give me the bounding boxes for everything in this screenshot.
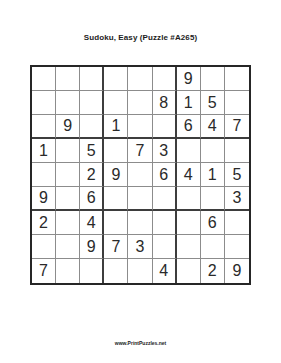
sudoku-cell-r1c6[interactable] [153, 67, 177, 91]
sudoku-cell-r4c9[interactable] [225, 139, 249, 163]
sudoku-cell-r2c6: 8 [153, 91, 177, 115]
sudoku-cell-r1c3[interactable] [80, 67, 104, 91]
sudoku-cell-r9c7[interactable] [177, 259, 201, 283]
sudoku-cell-r3c8: 4 [201, 115, 225, 139]
sudoku-cell-r2c8: 5 [201, 91, 225, 115]
sudoku-cell-r7c2[interactable] [56, 211, 80, 235]
sudoku-cell-r5c2[interactable] [56, 163, 80, 187]
sudoku-cell-r9c3[interactable] [80, 259, 104, 283]
sudoku-cell-r4c3: 5 [80, 139, 104, 163]
sudoku-cell-r5c4: 9 [104, 163, 128, 187]
sudoku-cell-r2c3[interactable] [80, 91, 104, 115]
sudoku-cell-r6c2[interactable] [56, 187, 80, 211]
sudoku-cell-r3c2: 9 [56, 115, 80, 139]
sudoku-cell-r3c9: 7 [225, 115, 249, 139]
sudoku-cell-r4c7[interactable] [177, 139, 201, 163]
sudoku-cell-r7c5[interactable] [128, 211, 152, 235]
sudoku-cell-r1c2[interactable] [56, 67, 80, 91]
sudoku-cell-r5c8: 1 [201, 163, 225, 187]
sudoku-cell-r6c7[interactable] [177, 187, 201, 211]
sudoku-cell-r1c1[interactable] [32, 67, 56, 91]
sudoku-cell-r3c4: 1 [104, 115, 128, 139]
sudoku-cell-r6c3: 6 [80, 187, 104, 211]
sudoku-cell-r2c1[interactable] [32, 91, 56, 115]
sudoku-cell-r8c8[interactable] [201, 235, 225, 259]
sudoku-cell-r5c3: 2 [80, 163, 104, 187]
footer-url: www.PrintPuzzles.net [0, 340, 281, 346]
sudoku-cell-r9c2[interactable] [56, 259, 80, 283]
sudoku-cell-r8c4: 7 [104, 235, 128, 259]
sudoku-cell-r3c5[interactable] [128, 115, 152, 139]
sudoku-cell-r9c4[interactable] [104, 259, 128, 283]
sudoku-cell-r5c7: 4 [177, 163, 201, 187]
sudoku-cell-r8c9[interactable] [225, 235, 249, 259]
sudoku-cell-r4c2[interactable] [56, 139, 80, 163]
sudoku-cell-r1c8[interactable] [201, 67, 225, 91]
sudoku-cell-r6c5[interactable] [128, 187, 152, 211]
sudoku-cell-r2c4[interactable] [104, 91, 128, 115]
sudoku-cell-r7c8: 6 [201, 211, 225, 235]
sudoku-cell-r1c4[interactable] [104, 67, 128, 91]
sudoku-cell-r7c9[interactable] [225, 211, 249, 235]
sudoku-cell-r4c4[interactable] [104, 139, 128, 163]
sudoku-cell-r6c9: 3 [225, 187, 249, 211]
sudoku-cell-r4c5: 7 [128, 139, 152, 163]
sudoku-cell-r5c6: 6 [153, 163, 177, 187]
sudoku-cell-r7c1: 2 [32, 211, 56, 235]
sudoku-cell-r6c4[interactable] [104, 187, 128, 211]
sudoku-cell-r4c1: 1 [32, 139, 56, 163]
sudoku-cell-r2c9[interactable] [225, 91, 249, 115]
sudoku-cell-r8c7[interactable] [177, 235, 201, 259]
sudoku-cell-r7c3: 4 [80, 211, 104, 235]
sudoku-cell-r5c5[interactable] [128, 163, 152, 187]
sudoku-cell-r5c1[interactable] [32, 163, 56, 187]
sudoku-cell-r3c6[interactable] [153, 115, 177, 139]
sudoku-cell-r6c8[interactable] [201, 187, 225, 211]
sudoku-cell-r8c1[interactable] [32, 235, 56, 259]
sudoku-cell-r9c9: 9 [225, 259, 249, 283]
sudoku-cell-r9c6: 4 [153, 259, 177, 283]
sudoku-cell-r3c7: 6 [177, 115, 201, 139]
sudoku-cell-r7c7[interactable] [177, 211, 201, 235]
sudoku-cell-r9c5[interactable] [128, 259, 152, 283]
sudoku-cell-r8c3: 9 [80, 235, 104, 259]
sudoku-cell-r8c5: 3 [128, 235, 152, 259]
sudoku-cell-r9c1: 7 [32, 259, 56, 283]
sudoku-cell-r3c1[interactable] [32, 115, 56, 139]
sudoku-cell-r1c9[interactable] [225, 67, 249, 91]
sudoku-cell-r7c6[interactable] [153, 211, 177, 235]
sudoku-cell-r4c8[interactable] [201, 139, 225, 163]
sudoku-cell-r5c9: 5 [225, 163, 249, 187]
sudoku-cell-r1c5[interactable] [128, 67, 152, 91]
sudoku-cell-r9c8: 2 [201, 259, 225, 283]
sudoku-board: 98159164715732964159632469737429 [30, 65, 251, 285]
sudoku-cell-r2c2[interactable] [56, 91, 80, 115]
sudoku-cell-r8c2[interactable] [56, 235, 80, 259]
sudoku-cell-r6c1: 9 [32, 187, 56, 211]
sudoku-cell-r1c7: 9 [177, 67, 201, 91]
sudoku-cell-r8c6[interactable] [153, 235, 177, 259]
sudoku-cell-r2c7: 1 [177, 91, 201, 115]
page-title: Sudoku, Easy (Puzzle #A265) [0, 33, 281, 42]
sudoku-cell-r7c4[interactable] [104, 211, 128, 235]
sudoku-cell-r4c6: 3 [153, 139, 177, 163]
sudoku-cell-r2c5[interactable] [128, 91, 152, 115]
sudoku-cell-r6c6[interactable] [153, 187, 177, 211]
sudoku-cell-r3c3[interactable] [80, 115, 104, 139]
